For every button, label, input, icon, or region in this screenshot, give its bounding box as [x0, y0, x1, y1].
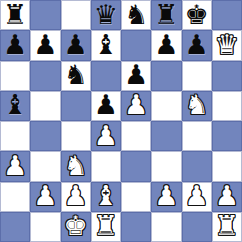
piece-white-rook: ♜: [215, 212, 239, 239]
square-h7[interactable]: ♛: [212, 30, 242, 60]
square-a7[interactable]: ♟: [0, 30, 30, 60]
square-e6[interactable]: ♟: [121, 61, 151, 91]
square-g1[interactable]: [182, 212, 212, 242]
square-a5[interactable]: ♝: [0, 91, 30, 121]
square-b6[interactable]: [30, 61, 60, 91]
piece-black-rook: ♜: [154, 1, 178, 28]
piece-white-pawn: ♟: [215, 182, 239, 209]
square-c3[interactable]: ♞: [61, 151, 91, 181]
piece-black-knight: ♞: [124, 1, 148, 28]
square-c5[interactable]: [61, 91, 91, 121]
square-a6[interactable]: [0, 61, 30, 91]
square-h2[interactable]: ♟: [212, 182, 242, 212]
square-e7[interactable]: [121, 30, 151, 60]
piece-white-bishop: ♝: [94, 182, 118, 209]
square-a3[interactable]: ♟: [0, 151, 30, 181]
square-c7[interactable]: ♟: [61, 30, 91, 60]
square-d4[interactable]: ♟: [91, 121, 121, 151]
square-e1[interactable]: [121, 212, 151, 242]
square-e8[interactable]: ♞: [121, 0, 151, 30]
square-g5[interactable]: ♞: [182, 91, 212, 121]
square-a8[interactable]: ♜: [0, 0, 30, 30]
piece-white-knight: ♞: [185, 91, 209, 118]
square-h4[interactable]: [212, 121, 242, 151]
piece-white-pawn: ♟: [3, 152, 27, 179]
square-d2[interactable]: ♝: [91, 182, 121, 212]
square-b2[interactable]: ♟: [30, 182, 60, 212]
piece-white-pawn: ♟: [154, 182, 178, 209]
square-h3[interactable]: [212, 151, 242, 181]
piece-white-knight: ♞: [64, 152, 88, 179]
piece-white-queen: ♛: [215, 31, 239, 58]
square-f6[interactable]: [151, 61, 181, 91]
square-d5[interactable]: ♟: [91, 91, 121, 121]
square-g2[interactable]: ♟: [182, 182, 212, 212]
piece-black-pawn: ♟: [94, 91, 118, 118]
square-c8[interactable]: [61, 0, 91, 30]
square-d1[interactable]: ♜: [91, 212, 121, 242]
square-b7[interactable]: ♟: [30, 30, 60, 60]
square-a2[interactable]: [0, 182, 30, 212]
square-e3[interactable]: [121, 151, 151, 181]
square-h1[interactable]: ♜: [212, 212, 242, 242]
square-d7[interactable]: ♝: [91, 30, 121, 60]
square-e5[interactable]: ♟: [121, 91, 151, 121]
square-a1[interactable]: [0, 212, 30, 242]
square-a4[interactable]: [0, 121, 30, 151]
square-e2[interactable]: [121, 182, 151, 212]
piece-black-pawn: ♟: [185, 31, 209, 58]
square-f5[interactable]: [151, 91, 181, 121]
square-c1[interactable]: ♚: [61, 212, 91, 242]
square-g7[interactable]: ♟: [182, 30, 212, 60]
piece-black-bishop: ♝: [94, 31, 118, 58]
square-b5[interactable]: [30, 91, 60, 121]
square-f8[interactable]: ♜: [151, 0, 181, 30]
square-h6[interactable]: [212, 61, 242, 91]
square-d8[interactable]: ♛: [91, 0, 121, 30]
square-b4[interactable]: [30, 121, 60, 151]
square-d6[interactable]: [91, 61, 121, 91]
square-c2[interactable]: ♟: [61, 182, 91, 212]
piece-black-king: ♚: [185, 1, 209, 28]
piece-black-pawn: ♟: [3, 31, 27, 58]
square-d3[interactable]: [91, 151, 121, 181]
square-c6[interactable]: ♞: [61, 61, 91, 91]
piece-white-rook: ♜: [94, 212, 118, 239]
square-h8[interactable]: [212, 0, 242, 30]
piece-white-king: ♚: [64, 212, 88, 239]
piece-black-knight: ♞: [64, 61, 88, 88]
square-g4[interactable]: [182, 121, 212, 151]
piece-white-pawn: ♟: [94, 122, 118, 149]
square-f1[interactable]: [151, 212, 181, 242]
piece-black-rook: ♜: [3, 1, 27, 28]
square-b3[interactable]: [30, 151, 60, 181]
square-f4[interactable]: [151, 121, 181, 151]
piece-white-pawn: ♟: [124, 91, 148, 118]
chess-board: ♜♛♞♜♚♟♟♟♝♟♟♛♞♟♝♟♟♞♟♟♞♟♟♝♟♟♟♚♜♜: [0, 0, 242, 242]
piece-black-bishop: ♝: [3, 91, 27, 118]
square-b1[interactable]: [30, 212, 60, 242]
square-f3[interactable]: [151, 151, 181, 181]
square-c4[interactable]: [61, 121, 91, 151]
square-f7[interactable]: ♟: [151, 30, 181, 60]
square-h5[interactable]: [212, 91, 242, 121]
piece-black-pawn: ♟: [33, 31, 57, 58]
piece-white-pawn: ♟: [33, 182, 57, 209]
piece-white-pawn: ♟: [64, 182, 88, 209]
piece-black-pawn: ♟: [154, 31, 178, 58]
piece-white-pawn: ♟: [185, 182, 209, 209]
square-g6[interactable]: [182, 61, 212, 91]
square-g8[interactable]: ♚: [182, 0, 212, 30]
square-f2[interactable]: ♟: [151, 182, 181, 212]
piece-black-queen: ♛: [94, 1, 118, 28]
square-e4[interactable]: [121, 121, 151, 151]
square-g3[interactable]: [182, 151, 212, 181]
piece-black-pawn: ♟: [124, 61, 148, 88]
piece-black-pawn: ♟: [64, 31, 88, 58]
square-b8[interactable]: [30, 0, 60, 30]
